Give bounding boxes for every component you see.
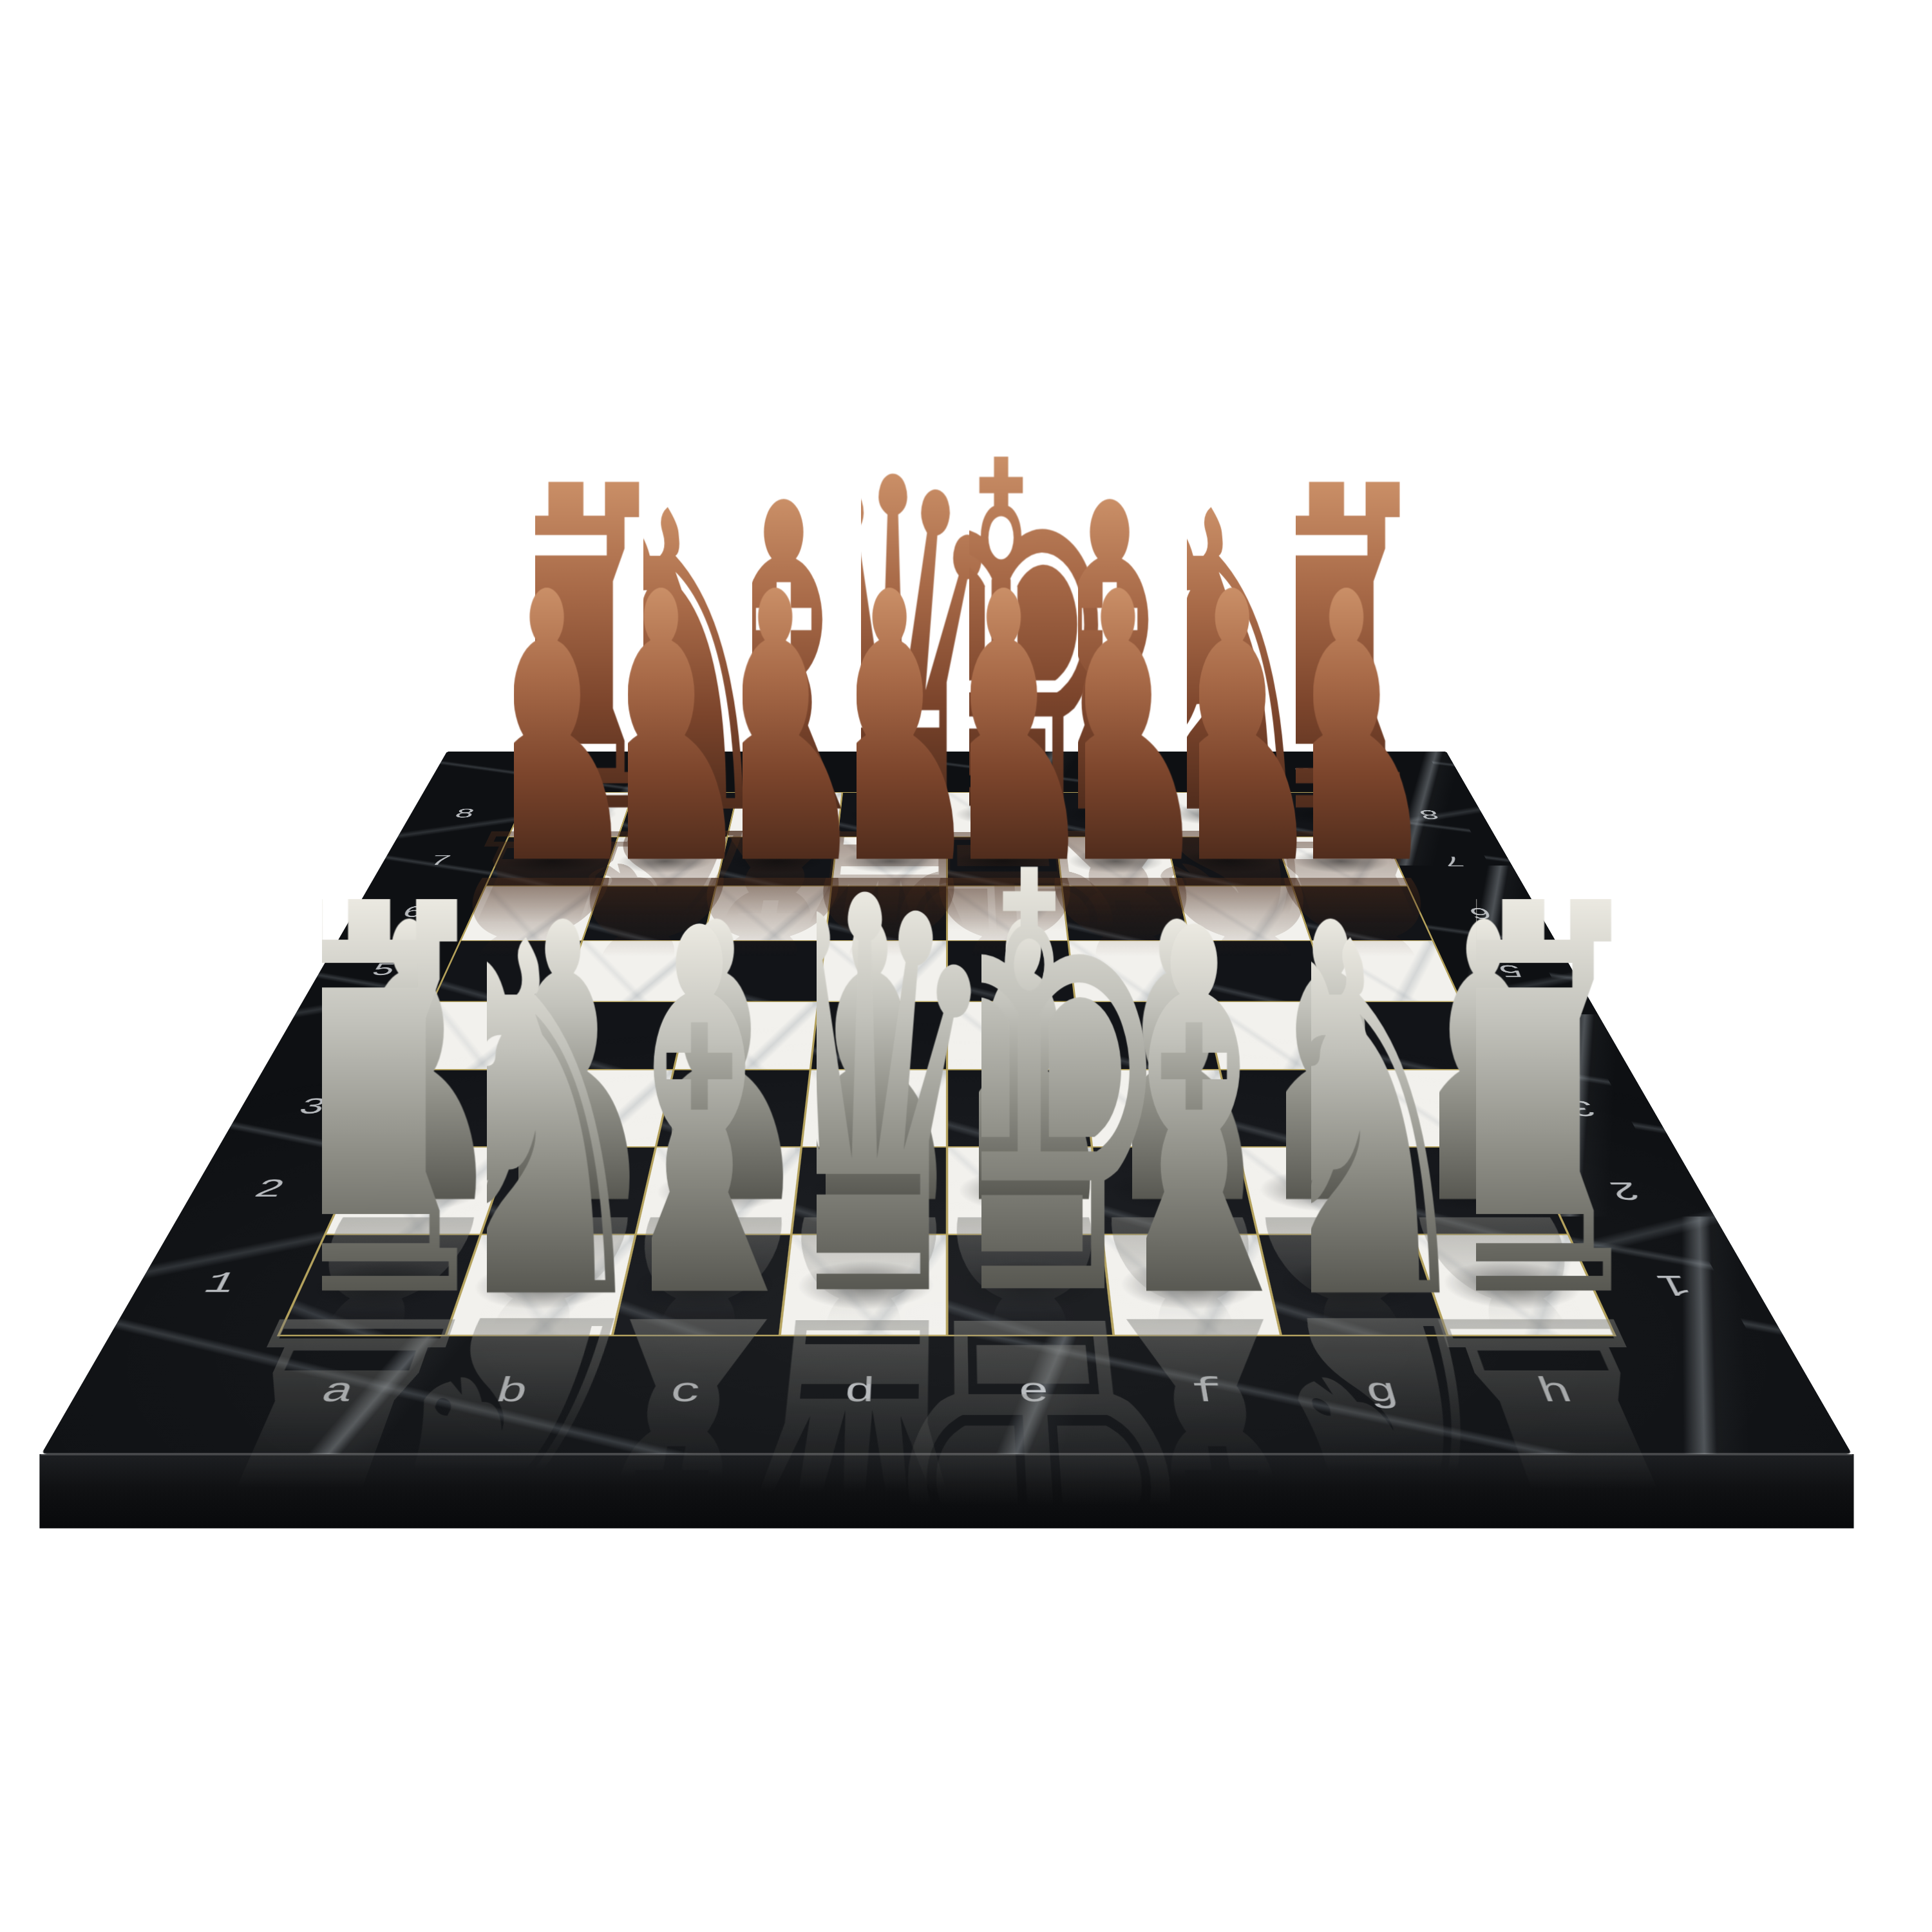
shadow-e2 [958,1170,1088,1212]
rank-label-right-4: 4 [1472,1023,1617,1047]
square-a2 [327,1148,509,1234]
square-h6 [1294,887,1432,940]
square-e2 [948,1148,1101,1234]
square-h2 [1384,1148,1567,1234]
square-h7 [1276,837,1406,885]
square-c8 [728,793,841,837]
square-e6 [947,887,1067,940]
square-a1 [280,1235,479,1334]
shadow-g1 [1276,1261,1428,1310]
file-label-top-g: g [638,764,744,779]
file-label-bottom-a: a [241,1371,433,1414]
shadow-h1 [1435,1261,1592,1310]
file-label-top-a: a [1251,764,1359,779]
square-a6 [462,887,600,940]
square-h1 [1414,1235,1613,1334]
shadow-c1 [630,1261,776,1310]
square-b1 [447,1235,634,1334]
file-label-bottom-d: d [770,1371,947,1414]
rank-label-left-1: 1 [129,1266,309,1303]
reflection-pawn-d2: ♟ [812,1207,915,1364]
reflection-pawn-f2: ♟ [1132,1207,1253,1364]
shadow-e1 [958,1261,1099,1310]
rank-label-left-4: 4 [276,1023,422,1047]
square-d2 [793,1148,946,1234]
shadow-g2 [1255,1170,1395,1212]
square-d1 [781,1235,946,1334]
square-g7 [1167,837,1292,885]
square-e5 [947,941,1074,1001]
rank-label-right-3: 3 [1504,1094,1660,1121]
square-d6 [826,887,946,940]
file-label-bottom-f: f [1118,1371,1299,1414]
square-d7 [832,837,945,885]
board-top: aabbccddeeffgghh1122334455667788♜♞♝♛♚♝♞♜… [41,752,1852,1454]
square-d5 [819,941,946,1001]
square-c1 [614,1235,790,1334]
square-c4 [675,1002,817,1069]
square-g8 [1157,793,1274,837]
square-e8 [947,793,1056,837]
square-c7 [717,837,836,885]
board-front-edge [39,1454,1853,1528]
square-g1 [1259,1235,1446,1334]
square-b2 [482,1148,655,1234]
reflection-pawn-a2: ♟ [300,1207,457,1364]
rank-label-right-1: 1 [1584,1266,1765,1303]
rank-label-left-5: 5 [314,960,451,981]
square-b3 [512,1070,672,1146]
square-g6 [1178,887,1310,940]
square-f7 [1057,837,1177,885]
rank-label-right-8: 8 [1372,806,1487,822]
reflection-pawn-c2: ♟ [641,1207,762,1364]
square-e3 [948,1070,1091,1146]
square-b8 [619,793,737,837]
reflection-king-e1: ♚ [981,1305,1101,1573]
square-b5 [562,941,703,1001]
square-b6 [583,887,715,940]
square-h8 [1261,793,1384,837]
shadow-d1 [795,1261,935,1310]
file-label-top-h: h [534,764,642,779]
rank-label-right-6: 6 [1416,903,1545,922]
square-f6 [1063,887,1189,940]
file-label-bottom-c: c [594,1371,775,1414]
shadow-h2 [1403,1170,1548,1212]
studio-background: aabbccddeeffgghh1122334455667788♜♞♝♛♚♝♞♜… [0,0,1932,1932]
square-c6 [705,887,831,940]
shadow-f2 [1106,1170,1241,1212]
rank-label-right-5: 5 [1443,960,1579,981]
square-f1 [1103,1235,1279,1334]
shadow-b2 [499,1170,639,1212]
rank-label-left-7: 7 [379,852,500,869]
reflection-pawn-e2: ♟ [979,1207,1082,1364]
file-label-bottom-e: e [947,1371,1123,1414]
square-c5 [690,941,824,1001]
file-label-top-f: f [741,764,846,779]
shadow-c2 [652,1170,787,1212]
rank-label-right-7: 7 [1393,852,1515,869]
file-label-top-d: d [947,764,1050,779]
square-g2 [1238,1148,1412,1234]
square-h4 [1334,1002,1492,1069]
square-a8 [509,793,632,837]
square-f8 [1052,793,1165,837]
file-label-bottom-b: b [418,1371,604,1414]
square-a4 [402,1002,560,1069]
square-e1 [948,1235,1113,1334]
square-a3 [367,1070,536,1146]
shadow-f1 [1117,1261,1263,1310]
file-label-top-c: c [1048,764,1153,779]
shadow-d2 [805,1170,936,1212]
rank-label-left-2: 2 [185,1174,352,1206]
square-a5 [433,941,581,1001]
square-c3 [658,1070,810,1146]
file-label-bottom-h: h [1461,1371,1653,1414]
square-f5 [1069,941,1202,1001]
square-h5 [1312,941,1460,1001]
shadow-a2 [346,1170,491,1212]
square-b7 [602,837,727,885]
rank-label-right-2: 2 [1542,1174,1709,1206]
square-c2 [637,1148,800,1234]
square-h3 [1357,1070,1526,1146]
square-e4 [948,1002,1083,1069]
square-g5 [1191,941,1331,1001]
square-e7 [947,837,1061,885]
square-f2 [1093,1148,1256,1234]
file-label-top-b: b [1150,764,1256,779]
square-g4 [1205,1002,1355,1069]
rank-label-left-6: 6 [348,903,477,922]
rank-label-left-8: 8 [406,806,522,822]
square-d3 [802,1070,945,1146]
board-3d: aabbccddeeffgghh1122334455667788♜♞♝♛♚♝♞♜… [41,752,1852,1454]
reflection-pawn-h2: ♟ [1437,1207,1594,1364]
shadow-b1 [466,1261,617,1310]
square-g3 [1220,1070,1381,1146]
file-label-bottom-g: g [1290,1371,1476,1414]
square-f3 [1084,1070,1236,1146]
reflection-pawn-g2: ♟ [1284,1207,1423,1364]
square-f4 [1076,1002,1218,1069]
square-a7 [487,837,617,885]
square-d4 [811,1002,946,1069]
square-b4 [538,1002,688,1069]
board-grid [277,792,1616,1336]
square-d8 [838,793,946,837]
reflection-pawn-b2: ♟ [471,1207,610,1364]
shadow-a1 [301,1261,459,1310]
file-label-top-e: e [844,764,947,779]
rank-label-left-3: 3 [234,1094,389,1121]
